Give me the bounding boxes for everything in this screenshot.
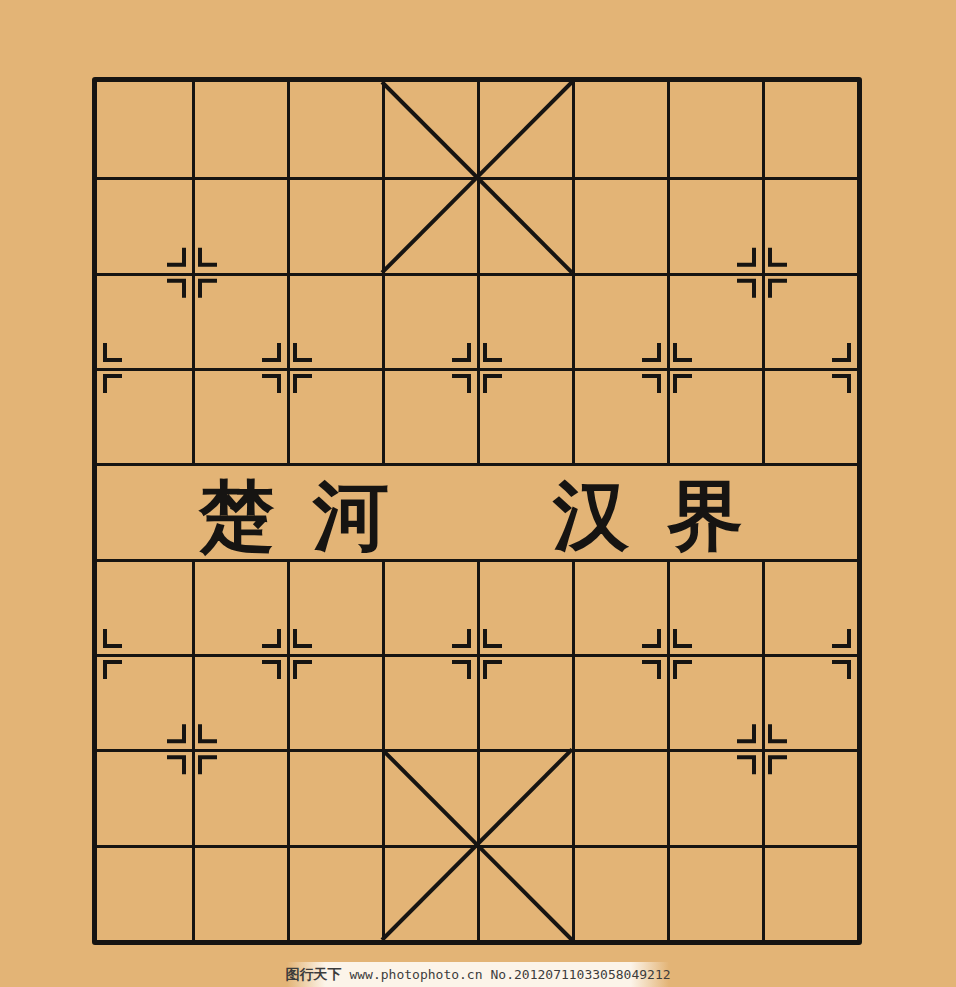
board-cell [287,273,382,368]
board-cell [97,82,192,177]
xiangqi-board: 楚河 汉界 [92,77,862,945]
board-cell [382,368,477,463]
board-cell [287,559,382,654]
board-cell [477,177,572,272]
board-cell [762,177,857,272]
board-cell [667,177,762,272]
board-cell [287,749,382,844]
board-cell [287,177,382,272]
page-background: 楚河 汉界 图行天下 www.photophoto.cn No.20120711… [0,0,956,987]
board-cell [97,463,192,558]
board-cell [97,368,192,463]
board-cell [572,845,667,940]
watermark-site-name: 图行天下 [285,966,341,984]
board-cell [97,845,192,940]
board-cell [382,273,477,368]
board-cell [477,368,572,463]
board-cell [97,559,192,654]
watermark-url: www.photophoto.cn [349,967,482,982]
board-cell [477,749,572,844]
board-cell [382,845,477,940]
board-cell [572,559,667,654]
board-cell [667,368,762,463]
board-cell [382,654,477,749]
board-cell [667,749,762,844]
board-cell [477,845,572,940]
board-cell [287,368,382,463]
board-cell [192,177,287,272]
board-cell [572,368,667,463]
board-cell [97,177,192,272]
board-cell [192,749,287,844]
board-cell [97,749,192,844]
board-cell [572,749,667,844]
board-cell [667,845,762,940]
board-cell [192,845,287,940]
board-cell [762,654,857,749]
board-cell [572,654,667,749]
board-cell [477,82,572,177]
board-cell [762,845,857,940]
board-cell [477,273,572,368]
board-cell [477,559,572,654]
board-cell [572,82,667,177]
watermark-serial: No.20120711033058049212 [491,967,671,982]
board-cell [572,177,667,272]
river-label-left: 楚河 [199,468,427,564]
board-cell [192,654,287,749]
board-cell [667,654,762,749]
watermark-strip: 图行天下 www.photophoto.cn No.20120711033058… [287,962,669,987]
board-cell [667,273,762,368]
board-cell [667,559,762,654]
board-cell [287,82,382,177]
board-cell [287,654,382,749]
board-cell [477,654,572,749]
board-cell [762,82,857,177]
board-cell [192,559,287,654]
board-cell [762,368,857,463]
board-cell [667,82,762,177]
board-cell [97,273,192,368]
board-cell [287,845,382,940]
board-cell [762,559,857,654]
board-cell [192,368,287,463]
board-cell [382,177,477,272]
board-cell [382,559,477,654]
board-cell [382,82,477,177]
board-cell [192,273,287,368]
board-cell [192,82,287,177]
board-cell [762,749,857,844]
board-cell [762,273,857,368]
board-cell [382,749,477,844]
board-cell [572,273,667,368]
river-label-right: 汉界 [553,468,781,564]
board-cell [97,654,192,749]
